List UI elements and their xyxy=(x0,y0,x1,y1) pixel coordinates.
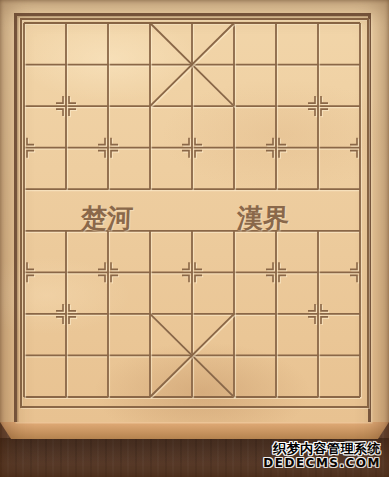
river-label-left: 楚河 xyxy=(77,202,156,234)
watermark-line2: DEDECMS.COM xyxy=(263,456,381,470)
watermark: 织梦内容管理系统 DEDECMS.COM xyxy=(263,441,381,470)
watermark-line1: 织梦内容管理系统 xyxy=(263,441,381,456)
xiangqi-scene: 楚河 漢界 织梦内容管理系统 DEDECMS.COM xyxy=(0,0,389,477)
board-front-edge xyxy=(0,422,389,439)
river-label-right: 漢界 xyxy=(233,202,312,234)
